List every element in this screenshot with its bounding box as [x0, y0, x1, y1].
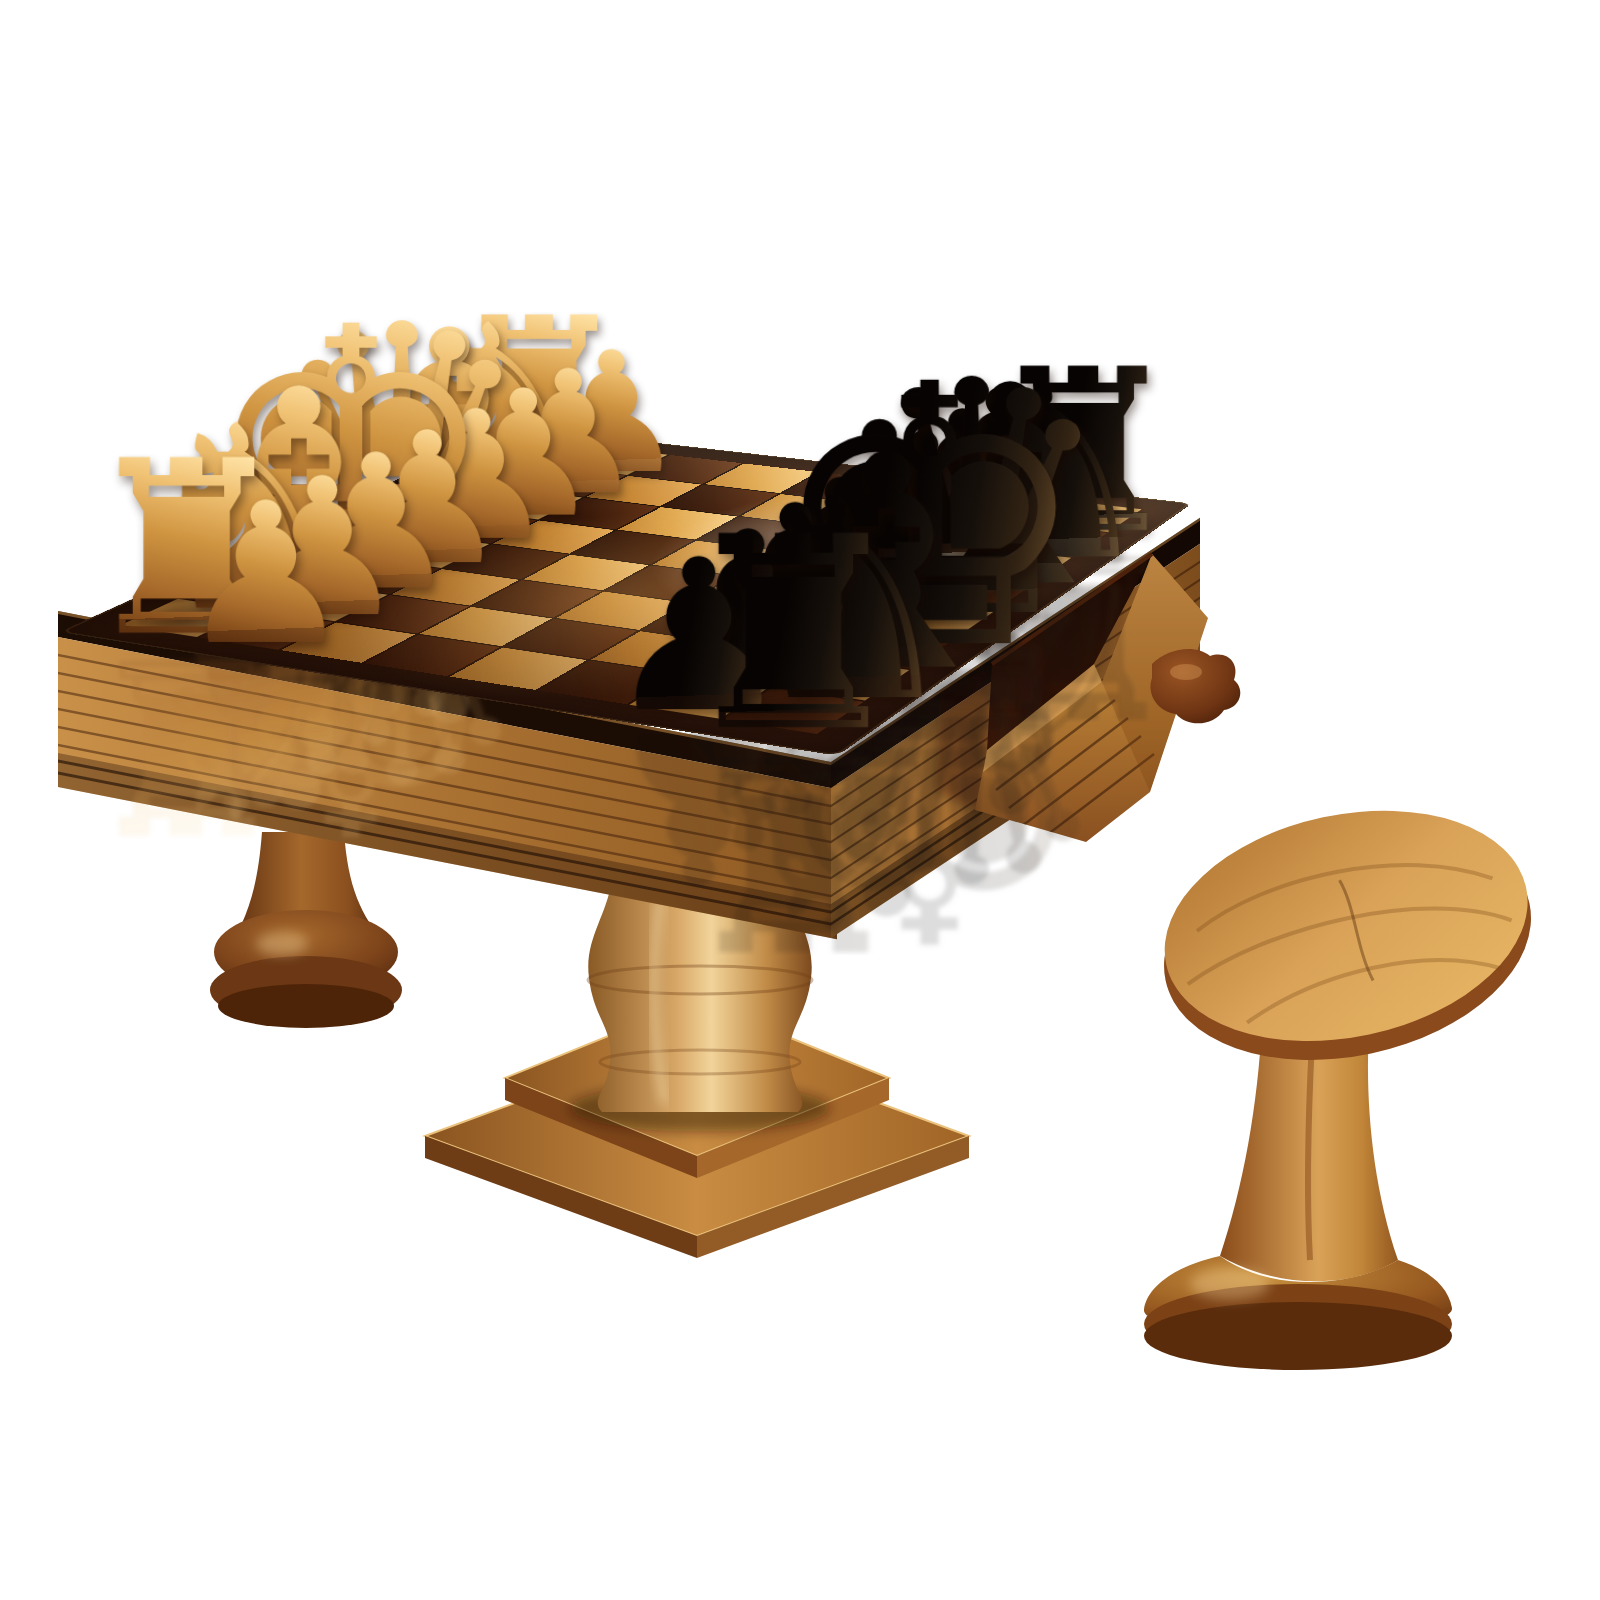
- wooden-stool: [1139, 779, 1553, 1370]
- chess-board: ♜♜♞♞♝♝♛♛♚♚♝♝♞♞♜♜♟♟♟♟♟♟♟♟♟♟♟♟♟♟♟♟♟♟♟♟♟♟♟♟…: [120, 438, 1141, 733]
- product-photo-scene: ♜♜♞♞♝♝♛♛♚♚♝♝♞♞♜♜♟♟♟♟♟♟♟♟♟♟♟♟♟♟♟♟♟♟♟♟♟♟♟♟…: [0, 0, 1600, 1600]
- board-rim: ♜♜♞♞♝♝♛♛♚♚♝♝♞♞♜♜♟♟♟♟♟♟♟♟♟♟♟♟♟♟♟♟♟♟♟♟♟♟♟♟…: [60, 427, 1192, 756]
- black-rook: ♜: [675, 530, 913, 742]
- square-h8: ♜♜: [723, 688, 863, 734]
- tabletop-perspective-wrap: ♜♜♞♞♝♝♛♛♚♚♝♝♞♞♜♜♟♟♟♟♟♟♟♟♟♟♟♟♟♟♟♟♟♟♟♟♟♟♟♟…: [221, 136, 1079, 994]
